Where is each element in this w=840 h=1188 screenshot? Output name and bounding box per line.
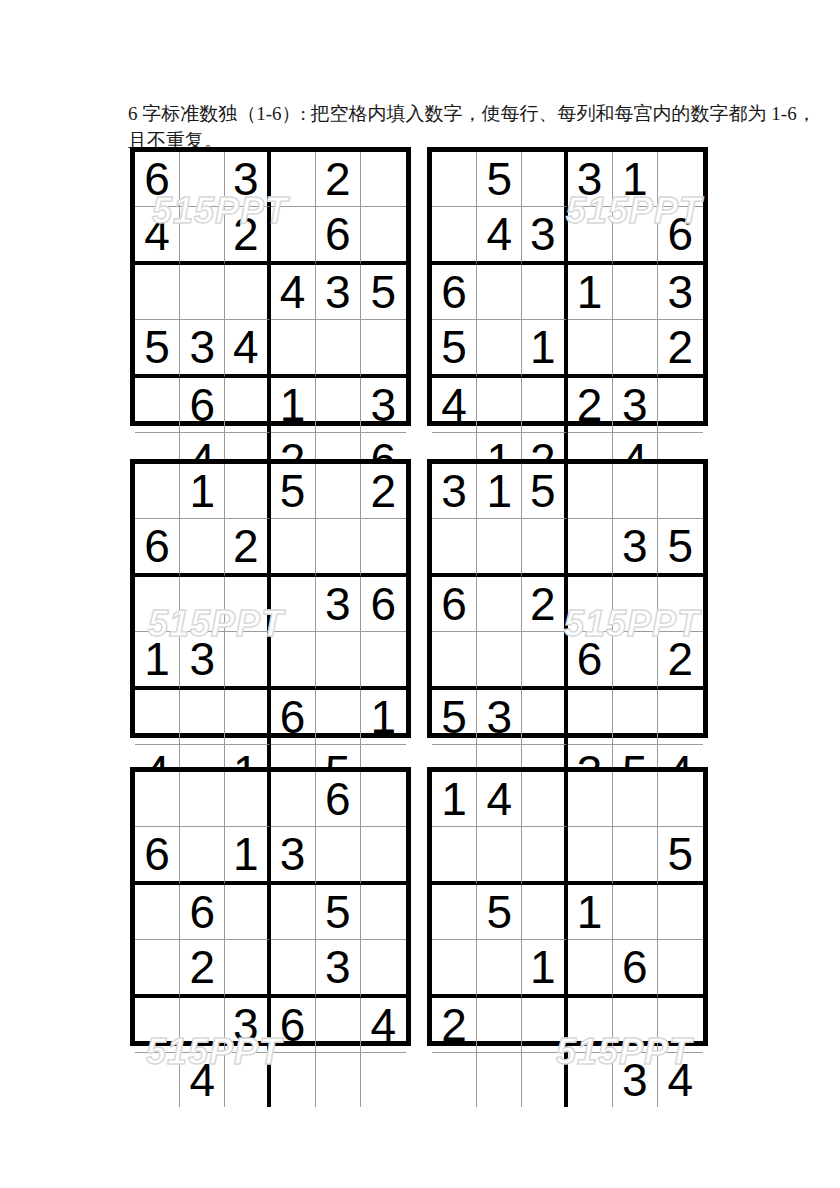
puzzle-3-cell-r5c4: 6 [271, 690, 316, 745]
puzzle-3-cell-r1c6: 2 [361, 464, 406, 519]
puzzle-4-cell-r5c5 [613, 690, 658, 745]
puzzle-1-cell-r5c5 [316, 378, 361, 433]
worksheet-page: 6 字标准数独（1-6）: 把空格内填入数字，使每行、每列和每宫内的数字都为 1… [0, 0, 840, 1188]
puzzle-6-cell-r5c3 [522, 998, 567, 1053]
puzzle-6-cell-r1c4 [568, 772, 613, 827]
puzzle-1-cell-r1c5: 2 [316, 152, 361, 207]
puzzle-4-cell-r5c6 [658, 690, 703, 745]
puzzle-2-cell-r5c4: 2 [568, 378, 613, 433]
puzzle-5-cell-r6c5 [316, 1053, 361, 1107]
puzzle-3-cell-r2c5 [316, 519, 361, 577]
puzzle-1-cell-r3c5: 3 [316, 265, 361, 320]
puzzle-6-cell-r3c1 [432, 885, 477, 940]
puzzle-5-cell-r3c2: 6 [180, 885, 225, 940]
puzzle-4-cell-r1c5 [613, 464, 658, 519]
puzzle-2-cell-r3c2 [477, 265, 522, 320]
puzzle-5-cell-r1c2 [180, 772, 225, 827]
puzzle-1-cell-r2c1: 4 [135, 207, 180, 265]
puzzle-3-cell-r2c6 [361, 519, 406, 577]
puzzle-6-cell-r5c1: 2 [432, 998, 477, 1053]
puzzle-2-cell-r3c6: 3 [658, 265, 703, 320]
sudoku-grid-1: 632426435534613426 [130, 147, 411, 426]
puzzle-5-cell-r5c2 [180, 998, 225, 1053]
puzzle-3-cell-r3c4 [271, 577, 316, 632]
puzzle-6-cell-r4c1 [432, 940, 477, 998]
puzzle-6-cell-r3c6 [658, 885, 703, 940]
puzzle-2-cell-r5c5: 3 [613, 378, 658, 433]
puzzle-2-cell-r1c3 [522, 152, 567, 207]
puzzle-6-cell-r6c1 [432, 1053, 477, 1107]
puzzle-2-cell-r3c5 [613, 265, 658, 320]
puzzle-2-cell-r2c4 [568, 207, 613, 265]
puzzle-2-cell-r4c3: 1 [522, 320, 567, 378]
puzzle-5-cell-r5c4: 6 [271, 998, 316, 1053]
puzzle-5-cell-r6c2: 4 [180, 1053, 225, 1107]
puzzle-5-cell-r1c4 [271, 772, 316, 827]
puzzle-6-cell-r6c2 [477, 1053, 522, 1107]
puzzle-5-cell-r3c1 [135, 885, 180, 940]
puzzle-3-cell-r3c5: 3 [316, 577, 361, 632]
puzzle-3-cell-r1c5 [316, 464, 361, 519]
puzzle-3-cell-r4c5 [316, 632, 361, 690]
puzzle-4-cell-r5c1: 5 [432, 690, 477, 745]
puzzle-1-cell-r5c4: 1 [271, 378, 316, 433]
puzzle-3-cell-r5c3 [225, 690, 270, 745]
puzzle-6-cell-r1c1: 1 [432, 772, 477, 827]
puzzle-4-cell-r4c5 [613, 632, 658, 690]
sudoku-grid-6: 1455116234 [427, 767, 708, 1046]
puzzle-5-cell-r4c3 [225, 940, 270, 998]
puzzle-3-cell-r2c2 [180, 519, 225, 577]
sudoku-grid-4: 31535626253354 [427, 459, 708, 738]
puzzle-2-cell-r4c2 [477, 320, 522, 378]
puzzle-6-cell-r1c2: 4 [477, 772, 522, 827]
puzzle-5-cell-r5c3: 3 [225, 998, 270, 1053]
puzzle-5-cell-r3c6 [361, 885, 406, 940]
puzzle-4-cell-r2c4 [568, 519, 613, 577]
puzzle-2-cell-r2c5 [613, 207, 658, 265]
puzzle-6-cell-r6c5: 3 [613, 1053, 658, 1107]
puzzle-4-cell-r2c5: 3 [613, 519, 658, 577]
puzzle-4-cell-r1c3: 5 [522, 464, 567, 519]
puzzle-4-cell-r4c3 [522, 632, 567, 690]
puzzle-5-cell-r4c1 [135, 940, 180, 998]
puzzle-2-cell-r3c1: 6 [432, 265, 477, 320]
puzzle-6-cell-r2c4 [568, 827, 613, 885]
puzzle-1-cell-r3c1 [135, 265, 180, 320]
puzzle-1-cell-r3c4: 4 [271, 265, 316, 320]
puzzle-1-cell-r2c6 [361, 207, 406, 265]
puzzle-5-cell-r4c2: 2 [180, 940, 225, 998]
puzzle-6-cell-r6c3 [522, 1053, 567, 1107]
puzzle-6-cell-r5c2 [477, 998, 522, 1053]
puzzle-5-cell-r2c6 [361, 827, 406, 885]
puzzle-6-cell-r5c5 [613, 998, 658, 1053]
puzzle-2-cell-r1c1 [432, 152, 477, 207]
puzzle-2-cell-r2c6: 6 [658, 207, 703, 265]
puzzle-3-cell-r3c6: 6 [361, 577, 406, 632]
puzzle-6-cell-r1c3 [522, 772, 567, 827]
title-line-1: 6 字标准数独（1-6）: 把空格内填入数字，使每行、每列和每宫内的数字都为 1… [128, 100, 816, 127]
puzzle-4-cell-r2c6: 5 [658, 519, 703, 577]
puzzle-1-cell-r1c2 [180, 152, 225, 207]
puzzle-3-cell-r3c3 [225, 577, 270, 632]
puzzle-6-cell-r4c2 [477, 940, 522, 998]
puzzle-6-cell-r5c6 [658, 998, 703, 1053]
puzzle-4-cell-r1c4 [568, 464, 613, 519]
puzzle-4-cell-r4c2 [477, 632, 522, 690]
puzzle-5-cell-r5c1 [135, 998, 180, 1053]
puzzle-2-cell-r5c1: 4 [432, 378, 477, 433]
puzzle-1-cell-r3c6: 5 [361, 265, 406, 320]
puzzle-5-cell-r4c6 [361, 940, 406, 998]
puzzle-1-cell-r2c3: 2 [225, 207, 270, 265]
puzzle-5-cell-r2c5 [316, 827, 361, 885]
puzzle-2-cell-r1c6 [658, 152, 703, 207]
puzzle-4-cell-r2c1 [432, 519, 477, 577]
puzzle-1-cell-r3c3 [225, 265, 270, 320]
puzzle-5-cell-r3c5: 5 [316, 885, 361, 940]
puzzle-6-cell-r2c6: 5 [658, 827, 703, 885]
puzzle-1-cell-r3c2 [180, 265, 225, 320]
puzzle-1-cell-r2c5: 6 [316, 207, 361, 265]
puzzle-3-cell-r5c2 [180, 690, 225, 745]
puzzle-6-cell-r6c4 [568, 1053, 613, 1107]
puzzle-2-cell-r4c6: 2 [658, 320, 703, 378]
puzzle-5-cell-r1c6 [361, 772, 406, 827]
puzzle-2-cell-r5c3 [522, 378, 567, 433]
puzzle-6-cell-r3c4: 1 [568, 885, 613, 940]
puzzle-3-cell-r4c4 [271, 632, 316, 690]
puzzle-3-cell-r4c3 [225, 632, 270, 690]
puzzle-6-cell-r1c6 [658, 772, 703, 827]
puzzle-3-cell-r2c3: 2 [225, 519, 270, 577]
puzzle-5-cell-r6c3 [225, 1053, 270, 1107]
sudoku-grid-3: 15262361361415 [130, 459, 411, 738]
puzzle-6-cell-r2c5 [613, 827, 658, 885]
puzzle-1-cell-r1c1: 6 [135, 152, 180, 207]
puzzle-4-cell-r5c3 [522, 690, 567, 745]
puzzle-1-cell-r5c1 [135, 378, 180, 433]
puzzle-3-cell-r1c3 [225, 464, 270, 519]
puzzle-2-cell-r2c1 [432, 207, 477, 265]
puzzle-5-cell-r2c3: 1 [225, 827, 270, 885]
puzzle-3-cell-r4c6 [361, 632, 406, 690]
puzzle-5-cell-r3c3 [225, 885, 270, 940]
puzzle-3-cell-r5c5 [316, 690, 361, 745]
puzzle-1-cell-r2c4 [271, 207, 316, 265]
puzzle-4-cell-r4c4: 6 [568, 632, 613, 690]
puzzle-5-cell-r4c4 [271, 940, 316, 998]
puzzle-5-cell-r1c1 [135, 772, 180, 827]
sudoku-grid-5: 661365233644 [130, 767, 411, 1046]
puzzle-6-cell-r4c4 [568, 940, 613, 998]
puzzle-1-cell-r4c4 [271, 320, 316, 378]
puzzle-3-cell-r4c1: 1 [135, 632, 180, 690]
puzzle-4-cell-r4c1 [432, 632, 477, 690]
puzzle-3-cell-r2c1: 6 [135, 519, 180, 577]
puzzle-4-cell-r2c2 [477, 519, 522, 577]
puzzle-5-cell-r5c5 [316, 998, 361, 1053]
puzzle-4-cell-r3c1: 6 [432, 577, 477, 632]
puzzle-3-cell-r3c2 [180, 577, 225, 632]
puzzle-1-cell-r4c5 [316, 320, 361, 378]
puzzle-4-cell-r3c5 [613, 577, 658, 632]
puzzle-6-cell-r4c6 [658, 940, 703, 998]
puzzle-4-cell-r3c3: 2 [522, 577, 567, 632]
puzzle-2-cell-r4c1: 5 [432, 320, 477, 378]
page-title: 6 字标准数独（1-6）: 把空格内填入数字，使每行、每列和每宫内的数字都为 1… [128, 100, 816, 154]
puzzle-2-cell-r1c2: 5 [477, 152, 522, 207]
puzzle-5-cell-r2c2 [180, 827, 225, 885]
puzzle-4-cell-r3c4 [568, 577, 613, 632]
puzzle-6-cell-r6c6: 4 [658, 1053, 703, 1107]
puzzle-6-cell-r1c5 [613, 772, 658, 827]
puzzle-4-cell-r3c2 [477, 577, 522, 632]
puzzle-4-cell-r4c6: 2 [658, 632, 703, 690]
puzzle-2-cell-r4c4 [568, 320, 613, 378]
puzzle-2-cell-r5c6 [658, 378, 703, 433]
puzzle-2-cell-r4c5 [613, 320, 658, 378]
puzzle-2-cell-r3c4: 1 [568, 265, 613, 320]
puzzle-1-cell-r2c2 [180, 207, 225, 265]
puzzle-1-cell-r4c3: 4 [225, 320, 270, 378]
puzzle-2-cell-r5c2 [477, 378, 522, 433]
puzzle-5-cell-r1c3 [225, 772, 270, 827]
puzzle-6-cell-r3c3 [522, 885, 567, 940]
puzzle-1-cell-r4c2: 3 [180, 320, 225, 378]
puzzle-2-cell-r2c2: 4 [477, 207, 522, 265]
puzzle-4-cell-r5c4 [568, 690, 613, 745]
puzzle-4-cell-r1c6 [658, 464, 703, 519]
puzzle-3-cell-r2c4 [271, 519, 316, 577]
puzzle-6-cell-r3c5 [613, 885, 658, 940]
puzzle-3-cell-r5c6: 1 [361, 690, 406, 745]
puzzle-6-cell-r4c5: 6 [613, 940, 658, 998]
puzzle-1-cell-r1c4 [271, 152, 316, 207]
puzzle-3-cell-r1c4: 5 [271, 464, 316, 519]
puzzle-1-cell-r4c1: 5 [135, 320, 180, 378]
puzzle-1-cell-r5c6: 3 [361, 378, 406, 433]
puzzle-2-cell-r2c3: 3 [522, 207, 567, 265]
puzzle-2-cell-r3c3 [522, 265, 567, 320]
puzzle-6-cell-r2c1 [432, 827, 477, 885]
puzzle-5-cell-r5c6: 4 [361, 998, 406, 1053]
puzzle-1-cell-r5c2: 6 [180, 378, 225, 433]
puzzle-4-cell-r1c1: 3 [432, 464, 477, 519]
puzzle-5-cell-r2c4: 3 [271, 827, 316, 885]
puzzle-4-cell-r3c6 [658, 577, 703, 632]
puzzle-5-cell-r6c1 [135, 1053, 180, 1107]
puzzle-3-cell-r3c1 [135, 577, 180, 632]
sudoku-grid-2: 531436613512423124 [427, 147, 708, 426]
puzzle-6-cell-r2c3 [522, 827, 567, 885]
puzzle-3-cell-r5c1 [135, 690, 180, 745]
puzzle-4-cell-r5c2: 3 [477, 690, 522, 745]
puzzle-1-cell-r1c3: 3 [225, 152, 270, 207]
puzzle-5-cell-r2c1: 6 [135, 827, 180, 885]
puzzle-5-cell-r6c4 [271, 1053, 316, 1107]
puzzle-1-cell-r4c6 [361, 320, 406, 378]
puzzle-4-cell-r2c3 [522, 519, 567, 577]
puzzle-5-cell-r4c5: 3 [316, 940, 361, 998]
puzzle-3-cell-r4c2: 3 [180, 632, 225, 690]
puzzle-6-cell-r3c2: 5 [477, 885, 522, 940]
puzzle-5-cell-r3c4 [271, 885, 316, 940]
puzzle-4-cell-r1c2: 1 [477, 464, 522, 519]
puzzle-6-cell-r5c4 [568, 998, 613, 1053]
puzzle-5-cell-r6c6 [361, 1053, 406, 1107]
puzzle-2-cell-r1c4: 3 [568, 152, 613, 207]
puzzle-1-cell-r1c6 [361, 152, 406, 207]
puzzle-6-cell-r4c3: 1 [522, 940, 567, 998]
puzzle-1-cell-r5c3 [225, 378, 270, 433]
puzzle-6-cell-r2c2 [477, 827, 522, 885]
puzzle-5-cell-r1c5: 6 [316, 772, 361, 827]
puzzle-3-cell-r1c2: 1 [180, 464, 225, 519]
puzzle-3-cell-r1c1 [135, 464, 180, 519]
puzzle-2-cell-r1c5: 1 [613, 152, 658, 207]
